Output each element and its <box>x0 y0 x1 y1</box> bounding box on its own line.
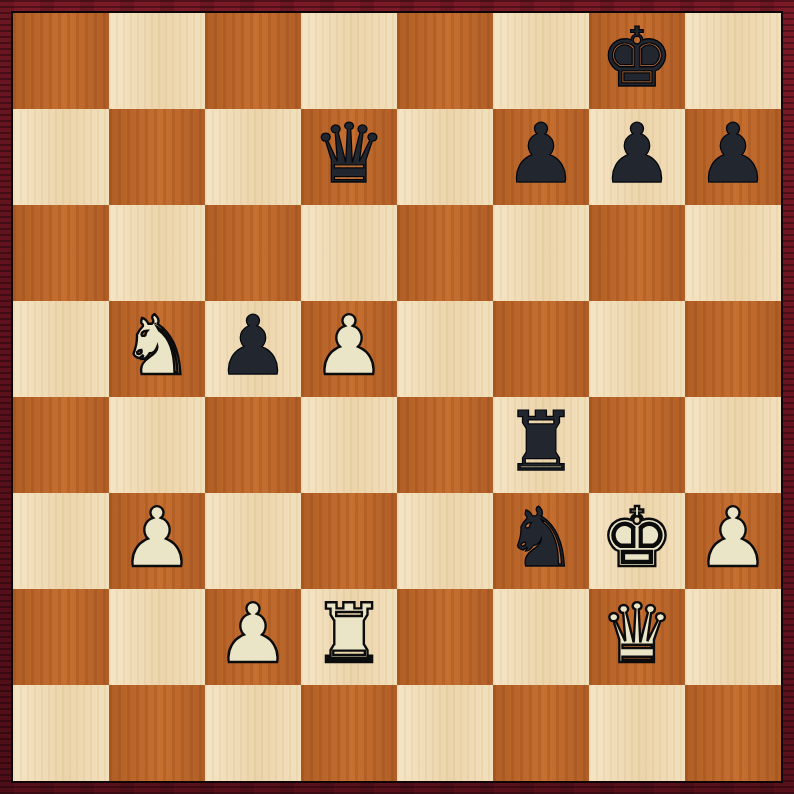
square-a3[interactable] <box>13 493 109 589</box>
square-g1[interactable] <box>589 685 685 781</box>
board-inner-border: ♚♛♟♟♟♞♟♟♜♟♞♚♟♟♜♛ <box>11 11 783 783</box>
piece-black-queen[interactable]: ♛ <box>312 109 386 202</box>
board-frame: ♚♛♟♟♟♞♟♟♜♟♞♚♟♟♜♛ <box>0 0 794 794</box>
square-g4[interactable] <box>589 397 685 493</box>
square-c1[interactable] <box>205 685 301 781</box>
square-d5[interactable]: ♟ <box>301 301 397 397</box>
square-c4[interactable] <box>205 397 301 493</box>
piece-black-pawn[interactable]: ♟ <box>696 109 770 202</box>
piece-black-pawn[interactable]: ♟ <box>600 109 674 202</box>
square-g5[interactable] <box>589 301 685 397</box>
square-b3[interactable]: ♟ <box>109 493 205 589</box>
square-e3[interactable] <box>397 493 493 589</box>
piece-white-rook[interactable]: ♜ <box>312 589 386 682</box>
square-c8[interactable] <box>205 13 301 109</box>
square-f5[interactable] <box>493 301 589 397</box>
square-c2[interactable]: ♟ <box>205 589 301 685</box>
square-g8[interactable]: ♚ <box>589 13 685 109</box>
square-b2[interactable] <box>109 589 205 685</box>
piece-black-knight[interactable]: ♞ <box>504 493 578 586</box>
square-g7[interactable]: ♟ <box>589 109 685 205</box>
square-d1[interactable] <box>301 685 397 781</box>
piece-white-pawn[interactable]: ♟ <box>312 301 386 394</box>
piece-black-pawn[interactable]: ♟ <box>504 109 578 202</box>
square-c3[interactable] <box>205 493 301 589</box>
square-d7[interactable]: ♛ <box>301 109 397 205</box>
square-h8[interactable] <box>685 13 781 109</box>
square-d2[interactable]: ♜ <box>301 589 397 685</box>
square-h4[interactable] <box>685 397 781 493</box>
piece-black-rook[interactable]: ♜ <box>504 397 578 490</box>
square-c5[interactable]: ♟ <box>205 301 301 397</box>
square-a7[interactable] <box>13 109 109 205</box>
square-g2[interactable]: ♛ <box>589 589 685 685</box>
square-b7[interactable] <box>109 109 205 205</box>
square-a4[interactable] <box>13 397 109 493</box>
square-a8[interactable] <box>13 13 109 109</box>
square-a1[interactable] <box>13 685 109 781</box>
square-h7[interactable]: ♟ <box>685 109 781 205</box>
square-g6[interactable] <box>589 205 685 301</box>
square-e8[interactable] <box>397 13 493 109</box>
square-a2[interactable] <box>13 589 109 685</box>
square-c7[interactable] <box>205 109 301 205</box>
piece-white-pawn[interactable]: ♟ <box>120 493 194 586</box>
square-f7[interactable]: ♟ <box>493 109 589 205</box>
square-f8[interactable] <box>493 13 589 109</box>
square-e5[interactable] <box>397 301 493 397</box>
square-d6[interactable] <box>301 205 397 301</box>
square-d4[interactable] <box>301 397 397 493</box>
piece-white-king[interactable]: ♚ <box>600 493 674 586</box>
square-h6[interactable] <box>685 205 781 301</box>
square-a5[interactable] <box>13 301 109 397</box>
piece-white-pawn[interactable]: ♟ <box>216 589 290 682</box>
square-b1[interactable] <box>109 685 205 781</box>
square-e2[interactable] <box>397 589 493 685</box>
square-e7[interactable] <box>397 109 493 205</box>
square-c6[interactable] <box>205 205 301 301</box>
piece-black-pawn[interactable]: ♟ <box>216 301 290 394</box>
piece-white-knight[interactable]: ♞ <box>120 301 194 394</box>
square-f2[interactable] <box>493 589 589 685</box>
square-h2[interactable] <box>685 589 781 685</box>
square-b8[interactable] <box>109 13 205 109</box>
square-d8[interactable] <box>301 13 397 109</box>
square-f4[interactable]: ♜ <box>493 397 589 493</box>
square-f6[interactable] <box>493 205 589 301</box>
piece-white-queen[interactable]: ♛ <box>600 589 674 682</box>
square-f1[interactable] <box>493 685 589 781</box>
square-e1[interactable] <box>397 685 493 781</box>
chess-board: ♚♛♟♟♟♞♟♟♜♟♞♚♟♟♜♛ <box>13 13 781 781</box>
square-b5[interactable]: ♞ <box>109 301 205 397</box>
square-b4[interactable] <box>109 397 205 493</box>
square-b6[interactable] <box>109 205 205 301</box>
square-d3[interactable] <box>301 493 397 589</box>
piece-black-king[interactable]: ♚ <box>600 13 674 106</box>
square-h5[interactable] <box>685 301 781 397</box>
square-h1[interactable] <box>685 685 781 781</box>
square-e6[interactable] <box>397 205 493 301</box>
square-h3[interactable]: ♟ <box>685 493 781 589</box>
piece-white-pawn[interactable]: ♟ <box>696 493 770 586</box>
square-e4[interactable] <box>397 397 493 493</box>
square-g3[interactable]: ♚ <box>589 493 685 589</box>
square-a6[interactable] <box>13 205 109 301</box>
square-f3[interactable]: ♞ <box>493 493 589 589</box>
